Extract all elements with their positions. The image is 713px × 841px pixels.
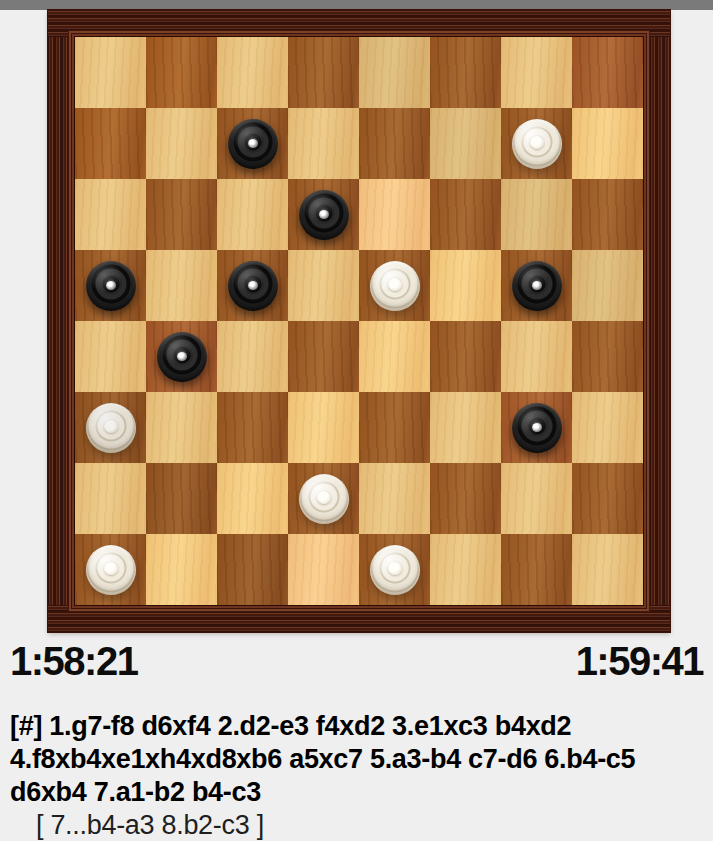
square-f6[interactable] [430, 179, 501, 250]
square-e3[interactable] [359, 392, 430, 463]
square-c2[interactable] [217, 463, 288, 534]
square-g4[interactable] [501, 321, 572, 392]
square-a3[interactable] [75, 392, 146, 463]
square-c6[interactable] [217, 179, 288, 250]
square-d8[interactable] [288, 37, 359, 108]
board [75, 37, 643, 605]
move-line: 4.f8xb4xe1xh4xd8xb6 a5xc7 5.a3-b4 c7-d6 … [10, 743, 703, 776]
square-a8[interactable] [75, 37, 146, 108]
square-d2[interactable] [288, 463, 359, 534]
square-e6[interactable] [359, 179, 430, 250]
move-variation-line: [ 7...b4-a3 8.b2-c3 ] [10, 809, 703, 841]
piece-white-e1[interactable] [370, 545, 420, 595]
square-f1[interactable] [430, 534, 501, 605]
move-line: [#] 1.g7-f8 d6xf4 2.d2-e3 f4xd2 3.e1xc3 … [10, 710, 703, 743]
square-b6[interactable] [146, 179, 217, 250]
square-e5[interactable] [359, 250, 430, 321]
square-b8[interactable] [146, 37, 217, 108]
move-line: d6xb4 7.a1-b2 b4-c3 [10, 776, 703, 809]
square-a6[interactable] [75, 179, 146, 250]
square-f5[interactable] [430, 250, 501, 321]
piece-white-e5[interactable] [370, 261, 420, 311]
square-h7[interactable] [572, 108, 643, 179]
square-h4[interactable] [572, 321, 643, 392]
square-d4[interactable] [288, 321, 359, 392]
square-a7[interactable] [75, 108, 146, 179]
square-g7[interactable] [501, 108, 572, 179]
frame-bottom-edge [48, 605, 670, 632]
piece-white-a1[interactable] [86, 545, 136, 595]
square-f2[interactable] [430, 463, 501, 534]
square-d5[interactable] [288, 250, 359, 321]
square-b1[interactable] [146, 534, 217, 605]
square-f8[interactable] [430, 37, 501, 108]
square-h8[interactable] [572, 37, 643, 108]
top-bar [0, 0, 713, 10]
square-g2[interactable] [501, 463, 572, 534]
square-g1[interactable] [501, 534, 572, 605]
piece-white-g7[interactable] [512, 119, 562, 169]
square-a4[interactable] [75, 321, 146, 392]
square-h5[interactable] [572, 250, 643, 321]
square-g6[interactable] [501, 179, 572, 250]
piece-black-d6[interactable] [299, 190, 349, 240]
piece-black-c7[interactable] [228, 119, 278, 169]
square-f7[interactable] [430, 108, 501, 179]
square-d3[interactable] [288, 392, 359, 463]
square-g3[interactable] [501, 392, 572, 463]
piece-black-a5[interactable] [86, 261, 136, 311]
square-e4[interactable] [359, 321, 430, 392]
frame-right-edge [643, 37, 670, 605]
square-c4[interactable] [217, 321, 288, 392]
square-a5[interactable] [75, 250, 146, 321]
square-c8[interactable] [217, 37, 288, 108]
square-e8[interactable] [359, 37, 430, 108]
square-b2[interactable] [146, 463, 217, 534]
clock-row: 1:58:21 1:59:41 [10, 641, 703, 681]
piece-black-g5[interactable] [512, 261, 562, 311]
square-h2[interactable] [572, 463, 643, 534]
clock-right: 1:59:41 [576, 641, 703, 681]
square-e7[interactable] [359, 108, 430, 179]
square-c3[interactable] [217, 392, 288, 463]
square-c7[interactable] [217, 108, 288, 179]
square-h6[interactable] [572, 179, 643, 250]
square-b7[interactable] [146, 108, 217, 179]
square-a1[interactable] [75, 534, 146, 605]
piece-white-d2[interactable] [299, 474, 349, 524]
square-h3[interactable] [572, 392, 643, 463]
square-c1[interactable] [217, 534, 288, 605]
square-e2[interactable] [359, 463, 430, 534]
frame-top-edge [48, 10, 670, 37]
frame-left-edge [48, 37, 75, 605]
square-b5[interactable] [146, 250, 217, 321]
square-g5[interactable] [501, 250, 572, 321]
piece-black-b4[interactable] [157, 332, 207, 382]
square-f4[interactable] [430, 321, 501, 392]
square-g8[interactable] [501, 37, 572, 108]
square-h1[interactable] [572, 534, 643, 605]
square-f3[interactable] [430, 392, 501, 463]
square-d6[interactable] [288, 179, 359, 250]
board-frame [48, 10, 670, 632]
move-list[interactable]: [#] 1.g7-f8 d6xf4 2.d2-e3 f4xd2 3.e1xc3 … [10, 710, 703, 841]
square-d7[interactable] [288, 108, 359, 179]
piece-white-a3[interactable] [86, 403, 136, 453]
piece-black-g3[interactable] [512, 403, 562, 453]
square-b3[interactable] [146, 392, 217, 463]
square-e1[interactable] [359, 534, 430, 605]
square-c5[interactable] [217, 250, 288, 321]
square-a2[interactable] [75, 463, 146, 534]
square-d1[interactable] [288, 534, 359, 605]
square-b4[interactable] [146, 321, 217, 392]
clock-left: 1:58:21 [10, 641, 137, 681]
piece-black-c5[interactable] [228, 261, 278, 311]
